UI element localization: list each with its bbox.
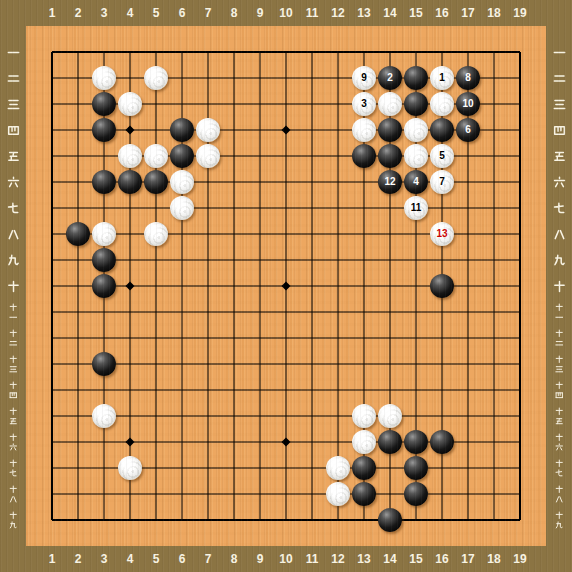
intersection-15-7[interactable]: 11 [403, 195, 429, 221]
intersection-18-5[interactable] [481, 143, 507, 169]
intersection-19-3[interactable] [507, 91, 533, 117]
intersection-15-10[interactable] [403, 273, 429, 299]
intersection-18-3[interactable] [481, 91, 507, 117]
intersection-19-8[interactable] [507, 221, 533, 247]
intersection-14-13[interactable] [377, 351, 403, 377]
intersection-12-3[interactable] [325, 91, 351, 117]
intersection-12-13[interactable] [325, 351, 351, 377]
intersection-4-1[interactable] [117, 39, 143, 65]
intersection-19-7[interactable] [507, 195, 533, 221]
intersection-19-12[interactable] [507, 325, 533, 351]
intersection-14-1[interactable] [377, 39, 403, 65]
intersection-6-4[interactable] [169, 117, 195, 143]
intersection-12-12[interactable] [325, 325, 351, 351]
intersection-7-12[interactable] [195, 325, 221, 351]
intersection-13-10[interactable] [351, 273, 377, 299]
intersection-2-5[interactable] [65, 143, 91, 169]
intersection-4-7[interactable] [117, 195, 143, 221]
intersection-16-9[interactable] [429, 247, 455, 273]
intersection-5-14[interactable] [143, 377, 169, 403]
intersection-9-3[interactable] [247, 91, 273, 117]
intersection-6-16[interactable] [169, 429, 195, 455]
intersection-8-4[interactable] [221, 117, 247, 143]
intersection-16-2[interactable]: 1 [429, 65, 455, 91]
intersection-4-8[interactable] [117, 221, 143, 247]
intersection-9-15[interactable] [247, 403, 273, 429]
intersection-5-11[interactable] [143, 299, 169, 325]
intersection-1-8[interactable] [39, 221, 65, 247]
intersection-3-10[interactable] [91, 273, 117, 299]
intersection-8-9[interactable] [221, 247, 247, 273]
intersection-19-10[interactable] [507, 273, 533, 299]
intersection-11-16[interactable] [299, 429, 325, 455]
intersection-17-17[interactable] [455, 455, 481, 481]
intersection-15-4[interactable] [403, 117, 429, 143]
intersection-4-12[interactable] [117, 325, 143, 351]
intersection-6-8[interactable] [169, 221, 195, 247]
intersection-19-14[interactable] [507, 377, 533, 403]
intersection-7-9[interactable] [195, 247, 221, 273]
intersection-15-13[interactable] [403, 351, 429, 377]
intersection-1-14[interactable] [39, 377, 65, 403]
intersection-2-10[interactable] [65, 273, 91, 299]
intersection-11-12[interactable] [299, 325, 325, 351]
intersection-19-6[interactable] [507, 169, 533, 195]
intersection-9-2[interactable] [247, 65, 273, 91]
intersection-19-19[interactable] [507, 507, 533, 533]
intersection-13-8[interactable] [351, 221, 377, 247]
intersection-6-6[interactable] [169, 169, 195, 195]
intersection-11-4[interactable] [299, 117, 325, 143]
intersection-4-10[interactable] [117, 273, 143, 299]
intersection-8-19[interactable] [221, 507, 247, 533]
intersection-3-17[interactable] [91, 455, 117, 481]
intersection-12-2[interactable] [325, 65, 351, 91]
intersection-3-18[interactable] [91, 481, 117, 507]
intersection-19-11[interactable] [507, 299, 533, 325]
intersection-7-14[interactable] [195, 377, 221, 403]
intersection-15-17[interactable] [403, 455, 429, 481]
intersection-16-18[interactable] [429, 481, 455, 507]
intersection-12-14[interactable] [325, 377, 351, 403]
intersection-2-19[interactable] [65, 507, 91, 533]
intersection-6-12[interactable] [169, 325, 195, 351]
intersection-4-18[interactable] [117, 481, 143, 507]
intersection-14-15[interactable] [377, 403, 403, 429]
intersection-9-4[interactable] [247, 117, 273, 143]
intersection-5-3[interactable] [143, 91, 169, 117]
intersection-10-15[interactable] [273, 403, 299, 429]
intersection-7-17[interactable] [195, 455, 221, 481]
intersection-7-8[interactable] [195, 221, 221, 247]
intersection-13-1[interactable] [351, 39, 377, 65]
intersection-9-13[interactable] [247, 351, 273, 377]
intersection-14-18[interactable] [377, 481, 403, 507]
intersection-5-6[interactable] [143, 169, 169, 195]
intersection-18-8[interactable] [481, 221, 507, 247]
intersection-8-8[interactable] [221, 221, 247, 247]
intersection-10-5[interactable] [273, 143, 299, 169]
intersection-19-17[interactable] [507, 455, 533, 481]
intersection-15-6[interactable]: 4 [403, 169, 429, 195]
intersection-8-3[interactable] [221, 91, 247, 117]
intersection-9-9[interactable] [247, 247, 273, 273]
intersection-8-16[interactable] [221, 429, 247, 455]
intersection-18-19[interactable] [481, 507, 507, 533]
intersection-3-3[interactable] [91, 91, 117, 117]
intersection-10-19[interactable] [273, 507, 299, 533]
intersection-10-11[interactable] [273, 299, 299, 325]
intersection-13-17[interactable] [351, 455, 377, 481]
intersection-2-17[interactable] [65, 455, 91, 481]
intersection-1-13[interactable] [39, 351, 65, 377]
intersection-8-12[interactable] [221, 325, 247, 351]
intersection-1-5[interactable] [39, 143, 65, 169]
intersection-4-16[interactable] [117, 429, 143, 455]
intersection-2-9[interactable] [65, 247, 91, 273]
intersection-9-18[interactable] [247, 481, 273, 507]
intersection-18-7[interactable] [481, 195, 507, 221]
intersection-14-10[interactable] [377, 273, 403, 299]
intersection-5-19[interactable] [143, 507, 169, 533]
intersection-17-2[interactable]: 8 [455, 65, 481, 91]
intersection-10-18[interactable] [273, 481, 299, 507]
intersection-7-10[interactable] [195, 273, 221, 299]
intersection-5-18[interactable] [143, 481, 169, 507]
intersection-18-2[interactable] [481, 65, 507, 91]
intersection-4-11[interactable] [117, 299, 143, 325]
intersection-1-11[interactable] [39, 299, 65, 325]
intersection-13-14[interactable] [351, 377, 377, 403]
intersection-17-5[interactable] [455, 143, 481, 169]
intersection-12-5[interactable] [325, 143, 351, 169]
intersection-6-1[interactable] [169, 39, 195, 65]
intersection-6-9[interactable] [169, 247, 195, 273]
intersection-8-10[interactable] [221, 273, 247, 299]
intersection-4-4[interactable] [117, 117, 143, 143]
intersection-19-1[interactable] [507, 39, 533, 65]
intersection-13-15[interactable] [351, 403, 377, 429]
intersection-15-11[interactable] [403, 299, 429, 325]
intersection-12-6[interactable] [325, 169, 351, 195]
intersection-11-11[interactable] [299, 299, 325, 325]
intersection-16-12[interactable] [429, 325, 455, 351]
intersection-16-4[interactable] [429, 117, 455, 143]
intersection-6-11[interactable] [169, 299, 195, 325]
intersection-10-16[interactable] [273, 429, 299, 455]
intersection-5-12[interactable] [143, 325, 169, 351]
intersection-9-8[interactable] [247, 221, 273, 247]
intersection-12-1[interactable] [325, 39, 351, 65]
intersection-1-6[interactable] [39, 169, 65, 195]
intersection-4-14[interactable] [117, 377, 143, 403]
intersection-7-2[interactable] [195, 65, 221, 91]
intersection-9-11[interactable] [247, 299, 273, 325]
intersection-1-1[interactable] [39, 39, 65, 65]
intersection-3-13[interactable] [91, 351, 117, 377]
intersection-11-18[interactable] [299, 481, 325, 507]
intersection-8-14[interactable] [221, 377, 247, 403]
intersection-18-11[interactable] [481, 299, 507, 325]
intersection-12-10[interactable] [325, 273, 351, 299]
intersection-10-10[interactable] [273, 273, 299, 299]
intersection-1-18[interactable] [39, 481, 65, 507]
intersection-9-12[interactable] [247, 325, 273, 351]
intersection-16-7[interactable] [429, 195, 455, 221]
intersection-9-16[interactable] [247, 429, 273, 455]
intersection-9-17[interactable] [247, 455, 273, 481]
intersection-2-18[interactable] [65, 481, 91, 507]
intersection-10-1[interactable] [273, 39, 299, 65]
intersection-6-5[interactable] [169, 143, 195, 169]
intersection-17-7[interactable] [455, 195, 481, 221]
intersection-19-5[interactable] [507, 143, 533, 169]
intersection-10-17[interactable] [273, 455, 299, 481]
intersection-18-14[interactable] [481, 377, 507, 403]
intersection-3-15[interactable] [91, 403, 117, 429]
intersection-3-12[interactable] [91, 325, 117, 351]
intersection-16-11[interactable] [429, 299, 455, 325]
intersection-15-14[interactable] [403, 377, 429, 403]
intersection-17-8[interactable] [455, 221, 481, 247]
intersection-10-2[interactable] [273, 65, 299, 91]
intersection-2-8[interactable] [65, 221, 91, 247]
intersection-7-7[interactable] [195, 195, 221, 221]
intersection-16-19[interactable] [429, 507, 455, 533]
intersection-13-7[interactable] [351, 195, 377, 221]
intersection-6-2[interactable] [169, 65, 195, 91]
intersection-15-8[interactable] [403, 221, 429, 247]
intersection-5-15[interactable] [143, 403, 169, 429]
intersection-13-3[interactable]: 3 [351, 91, 377, 117]
intersection-9-14[interactable] [247, 377, 273, 403]
intersection-19-2[interactable] [507, 65, 533, 91]
intersection-4-5[interactable] [117, 143, 143, 169]
intersection-11-19[interactable] [299, 507, 325, 533]
intersection-13-16[interactable] [351, 429, 377, 455]
intersection-8-6[interactable] [221, 169, 247, 195]
intersection-9-6[interactable] [247, 169, 273, 195]
intersection-12-19[interactable] [325, 507, 351, 533]
intersection-1-17[interactable] [39, 455, 65, 481]
intersection-18-4[interactable] [481, 117, 507, 143]
intersection-1-7[interactable] [39, 195, 65, 221]
intersection-14-12[interactable] [377, 325, 403, 351]
intersection-19-15[interactable] [507, 403, 533, 429]
intersection-18-9[interactable] [481, 247, 507, 273]
intersection-10-7[interactable] [273, 195, 299, 221]
intersection-3-6[interactable] [91, 169, 117, 195]
intersection-17-4[interactable]: 6 [455, 117, 481, 143]
intersection-4-19[interactable] [117, 507, 143, 533]
intersection-6-10[interactable] [169, 273, 195, 299]
intersection-5-9[interactable] [143, 247, 169, 273]
intersection-16-13[interactable] [429, 351, 455, 377]
intersection-14-16[interactable] [377, 429, 403, 455]
intersection-11-3[interactable] [299, 91, 325, 117]
intersection-4-15[interactable] [117, 403, 143, 429]
intersection-5-1[interactable] [143, 39, 169, 65]
intersection-10-6[interactable] [273, 169, 299, 195]
intersection-13-9[interactable] [351, 247, 377, 273]
intersection-17-16[interactable] [455, 429, 481, 455]
intersection-14-7[interactable] [377, 195, 403, 221]
intersection-2-12[interactable] [65, 325, 91, 351]
intersection-11-17[interactable] [299, 455, 325, 481]
intersection-11-9[interactable] [299, 247, 325, 273]
intersection-17-1[interactable] [455, 39, 481, 65]
intersection-2-6[interactable] [65, 169, 91, 195]
intersection-7-15[interactable] [195, 403, 221, 429]
intersection-19-4[interactable] [507, 117, 533, 143]
intersection-17-14[interactable] [455, 377, 481, 403]
intersection-12-17[interactable] [325, 455, 351, 481]
intersection-13-4[interactable] [351, 117, 377, 143]
intersection-2-3[interactable] [65, 91, 91, 117]
intersection-2-7[interactable] [65, 195, 91, 221]
intersection-3-4[interactable] [91, 117, 117, 143]
intersection-7-6[interactable] [195, 169, 221, 195]
intersection-14-8[interactable] [377, 221, 403, 247]
intersection-2-11[interactable] [65, 299, 91, 325]
intersection-6-17[interactable] [169, 455, 195, 481]
intersection-4-3[interactable] [117, 91, 143, 117]
intersection-2-13[interactable] [65, 351, 91, 377]
intersection-19-9[interactable] [507, 247, 533, 273]
intersection-18-6[interactable] [481, 169, 507, 195]
intersection-18-15[interactable] [481, 403, 507, 429]
intersection-5-10[interactable] [143, 273, 169, 299]
intersection-11-7[interactable] [299, 195, 325, 221]
intersection-5-4[interactable] [143, 117, 169, 143]
intersection-1-19[interactable] [39, 507, 65, 533]
intersection-1-2[interactable] [39, 65, 65, 91]
intersection-3-8[interactable] [91, 221, 117, 247]
intersection-3-7[interactable] [91, 195, 117, 221]
intersection-1-12[interactable] [39, 325, 65, 351]
intersection-7-4[interactable] [195, 117, 221, 143]
intersection-10-3[interactable] [273, 91, 299, 117]
intersection-16-10[interactable] [429, 273, 455, 299]
intersection-4-13[interactable] [117, 351, 143, 377]
intersection-16-15[interactable] [429, 403, 455, 429]
intersection-15-19[interactable] [403, 507, 429, 533]
intersection-17-9[interactable] [455, 247, 481, 273]
intersection-6-3[interactable] [169, 91, 195, 117]
intersection-14-9[interactable] [377, 247, 403, 273]
intersection-9-1[interactable] [247, 39, 273, 65]
intersection-18-17[interactable] [481, 455, 507, 481]
intersection-1-10[interactable] [39, 273, 65, 299]
intersection-17-13[interactable] [455, 351, 481, 377]
intersection-14-4[interactable] [377, 117, 403, 143]
intersection-15-16[interactable] [403, 429, 429, 455]
intersection-14-2[interactable]: 2 [377, 65, 403, 91]
intersection-8-1[interactable] [221, 39, 247, 65]
intersection-2-15[interactable] [65, 403, 91, 429]
intersection-11-15[interactable] [299, 403, 325, 429]
intersection-18-13[interactable] [481, 351, 507, 377]
intersection-1-16[interactable] [39, 429, 65, 455]
intersection-19-13[interactable] [507, 351, 533, 377]
intersection-4-9[interactable] [117, 247, 143, 273]
intersection-13-6[interactable] [351, 169, 377, 195]
intersection-5-16[interactable] [143, 429, 169, 455]
intersection-7-13[interactable] [195, 351, 221, 377]
intersection-13-19[interactable] [351, 507, 377, 533]
intersection-2-1[interactable] [65, 39, 91, 65]
intersection-12-16[interactable] [325, 429, 351, 455]
intersection-17-18[interactable] [455, 481, 481, 507]
intersection-13-2[interactable]: 9 [351, 65, 377, 91]
intersection-10-9[interactable] [273, 247, 299, 273]
intersection-10-12[interactable] [273, 325, 299, 351]
intersection-18-16[interactable] [481, 429, 507, 455]
intersection-9-19[interactable] [247, 507, 273, 533]
intersection-5-5[interactable] [143, 143, 169, 169]
intersection-17-15[interactable] [455, 403, 481, 429]
intersection-7-3[interactable] [195, 91, 221, 117]
intersection-12-11[interactable] [325, 299, 351, 325]
intersection-15-18[interactable] [403, 481, 429, 507]
intersection-2-2[interactable] [65, 65, 91, 91]
intersection-15-5[interactable] [403, 143, 429, 169]
intersection-3-19[interactable] [91, 507, 117, 533]
intersection-3-16[interactable] [91, 429, 117, 455]
intersection-10-14[interactable] [273, 377, 299, 403]
intersection-3-2[interactable] [91, 65, 117, 91]
intersection-11-1[interactable] [299, 39, 325, 65]
intersection-7-1[interactable] [195, 39, 221, 65]
intersection-11-10[interactable] [299, 273, 325, 299]
intersection-18-1[interactable] [481, 39, 507, 65]
intersection-10-8[interactable] [273, 221, 299, 247]
intersection-8-11[interactable] [221, 299, 247, 325]
intersection-11-2[interactable] [299, 65, 325, 91]
intersection-3-14[interactable] [91, 377, 117, 403]
intersection-7-5[interactable] [195, 143, 221, 169]
intersection-16-5[interactable]: 5 [429, 143, 455, 169]
intersection-2-16[interactable] [65, 429, 91, 455]
intersection-7-16[interactable] [195, 429, 221, 455]
intersection-9-7[interactable] [247, 195, 273, 221]
intersection-16-14[interactable] [429, 377, 455, 403]
intersection-12-7[interactable] [325, 195, 351, 221]
intersection-8-7[interactable] [221, 195, 247, 221]
intersection-1-15[interactable] [39, 403, 65, 429]
intersection-10-13[interactable] [273, 351, 299, 377]
intersection-8-2[interactable] [221, 65, 247, 91]
intersection-11-13[interactable] [299, 351, 325, 377]
intersection-14-17[interactable] [377, 455, 403, 481]
intersection-17-10[interactable] [455, 273, 481, 299]
intersection-12-9[interactable] [325, 247, 351, 273]
intersection-19-18[interactable] [507, 481, 533, 507]
intersection-5-2[interactable] [143, 65, 169, 91]
intersection-15-9[interactable] [403, 247, 429, 273]
intersection-17-12[interactable] [455, 325, 481, 351]
intersection-5-17[interactable] [143, 455, 169, 481]
intersection-5-7[interactable] [143, 195, 169, 221]
intersection-17-19[interactable] [455, 507, 481, 533]
intersection-17-3[interactable]: 10 [455, 91, 481, 117]
intersection-15-2[interactable] [403, 65, 429, 91]
intersection-14-11[interactable] [377, 299, 403, 325]
intersection-12-18[interactable] [325, 481, 351, 507]
intersection-8-17[interactable] [221, 455, 247, 481]
intersection-15-15[interactable] [403, 403, 429, 429]
intersection-13-12[interactable] [351, 325, 377, 351]
